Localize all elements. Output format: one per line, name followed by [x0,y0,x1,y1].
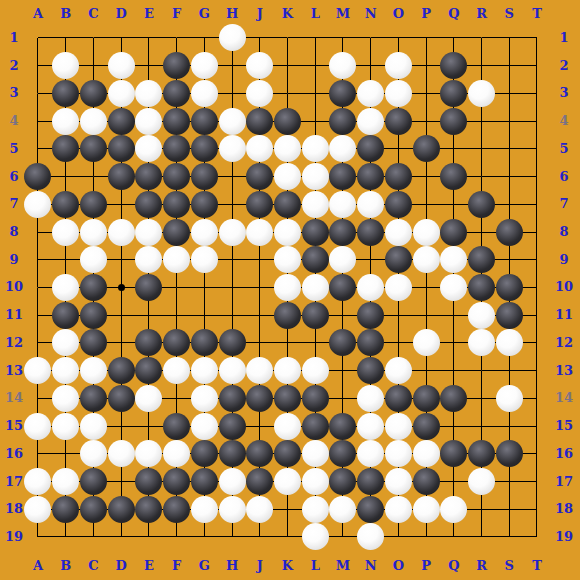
intersection-Q6[interactable] [440,163,468,191]
intersection-P5[interactable] [412,135,440,163]
intersection-H12[interactable] [218,329,246,357]
intersection-M3[interactable] [329,80,357,108]
intersection-L4[interactable] [301,107,329,135]
intersection-R2[interactable] [468,52,496,80]
intersection-P3[interactable] [412,80,440,108]
intersection-B15[interactable] [52,412,80,440]
intersection-N16[interactable] [357,440,385,468]
intersection-G2[interactable] [190,52,218,80]
intersection-Q13[interactable] [440,357,468,385]
intersection-G16[interactable] [190,440,218,468]
intersection-R14[interactable] [468,384,496,412]
intersection-H17[interactable] [218,468,246,496]
intersection-C12[interactable] [80,329,108,357]
intersection-S7[interactable] [495,190,523,218]
intersection-P16[interactable] [412,440,440,468]
intersection-T11[interactable] [523,301,551,329]
intersection-M5[interactable] [329,135,357,163]
intersection-P14[interactable] [412,384,440,412]
intersection-J2[interactable] [246,52,274,80]
intersection-P15[interactable] [412,412,440,440]
intersection-N2[interactable] [357,52,385,80]
intersection-G12[interactable] [190,329,218,357]
intersection-D11[interactable] [107,301,135,329]
intersection-G19[interactable] [190,523,218,551]
intersection-C18[interactable] [80,495,108,523]
intersection-L7[interactable] [301,190,329,218]
intersection-Q10[interactable] [440,274,468,302]
intersection-J19[interactable] [246,523,274,551]
intersection-G3[interactable] [190,80,218,108]
intersection-D5[interactable] [107,135,135,163]
intersection-G15[interactable] [190,412,218,440]
intersection-H19[interactable] [218,523,246,551]
intersection-E6[interactable] [135,163,163,191]
intersection-O12[interactable] [384,329,412,357]
intersection-E19[interactable] [135,523,163,551]
intersection-S14[interactable] [495,384,523,412]
intersection-S4[interactable] [495,107,523,135]
intersection-F11[interactable] [163,301,191,329]
intersection-B17[interactable] [52,468,80,496]
intersection-O17[interactable] [384,468,412,496]
intersection-Q12[interactable] [440,329,468,357]
intersection-C9[interactable] [80,246,108,274]
intersection-F16[interactable] [163,440,191,468]
intersection-N5[interactable] [357,135,385,163]
intersection-C10[interactable] [80,274,108,302]
intersection-B6[interactable] [52,163,80,191]
intersection-A15[interactable] [24,412,52,440]
intersection-G17[interactable] [190,468,218,496]
intersection-T9[interactable] [523,246,551,274]
intersection-L10[interactable] [301,274,329,302]
intersection-K3[interactable] [274,80,302,108]
intersection-K12[interactable] [274,329,302,357]
intersection-N7[interactable] [357,190,385,218]
intersection-N10[interactable] [357,274,385,302]
intersection-H9[interactable] [218,246,246,274]
intersection-F6[interactable] [163,163,191,191]
intersection-B11[interactable] [52,301,80,329]
intersection-K7[interactable] [274,190,302,218]
intersection-M11[interactable] [329,301,357,329]
intersection-F9[interactable] [163,246,191,274]
intersection-C14[interactable] [80,384,108,412]
intersection-B2[interactable] [52,52,80,80]
intersection-H11[interactable] [218,301,246,329]
intersection-H16[interactable] [218,440,246,468]
intersection-L8[interactable] [301,218,329,246]
intersection-C3[interactable] [80,80,108,108]
intersection-N18[interactable] [357,495,385,523]
intersection-R17[interactable] [468,468,496,496]
intersection-P11[interactable] [412,301,440,329]
intersection-F18[interactable] [163,495,191,523]
intersection-D18[interactable] [107,495,135,523]
intersection-R3[interactable] [468,80,496,108]
intersection-G7[interactable] [190,190,218,218]
intersection-E5[interactable] [135,135,163,163]
intersection-H15[interactable] [218,412,246,440]
intersection-O3[interactable] [384,80,412,108]
intersection-N17[interactable] [357,468,385,496]
intersection-F3[interactable] [163,80,191,108]
intersection-A3[interactable] [24,80,52,108]
intersection-M14[interactable] [329,384,357,412]
intersection-F17[interactable] [163,468,191,496]
intersection-E8[interactable] [135,218,163,246]
intersection-N3[interactable] [357,80,385,108]
intersection-L13[interactable] [301,357,329,385]
intersection-J13[interactable] [246,357,274,385]
intersection-B19[interactable] [52,523,80,551]
intersection-M6[interactable] [329,163,357,191]
intersection-K11[interactable] [274,301,302,329]
intersection-A16[interactable] [24,440,52,468]
intersection-R11[interactable] [468,301,496,329]
intersection-P7[interactable] [412,190,440,218]
intersection-R16[interactable] [468,440,496,468]
intersection-N15[interactable] [357,412,385,440]
intersection-G9[interactable] [190,246,218,274]
intersection-E3[interactable] [135,80,163,108]
intersection-O18[interactable] [384,495,412,523]
intersection-C17[interactable] [80,468,108,496]
intersection-R8[interactable] [468,218,496,246]
intersection-J1[interactable] [246,24,274,52]
intersection-Q11[interactable] [440,301,468,329]
intersection-R7[interactable] [468,190,496,218]
intersection-H13[interactable] [218,357,246,385]
intersection-K8[interactable] [274,218,302,246]
intersection-F4[interactable] [163,107,191,135]
intersection-M8[interactable] [329,218,357,246]
intersection-Q4[interactable] [440,107,468,135]
intersection-O19[interactable] [384,523,412,551]
intersection-G5[interactable] [190,135,218,163]
intersection-Q16[interactable] [440,440,468,468]
intersection-M18[interactable] [329,495,357,523]
intersection-J15[interactable] [246,412,274,440]
intersection-A1[interactable] [24,24,52,52]
intersection-K1[interactable] [274,24,302,52]
intersection-J7[interactable] [246,190,274,218]
intersection-N9[interactable] [357,246,385,274]
intersection-D13[interactable] [107,357,135,385]
intersection-S2[interactable] [495,52,523,80]
intersection-M12[interactable] [329,329,357,357]
intersection-O14[interactable] [384,384,412,412]
intersection-A9[interactable] [24,246,52,274]
intersection-L12[interactable] [301,329,329,357]
intersection-R18[interactable] [468,495,496,523]
intersection-C7[interactable] [80,190,108,218]
intersection-T13[interactable] [523,357,551,385]
intersection-F5[interactable] [163,135,191,163]
intersection-S12[interactable] [495,329,523,357]
intersection-P1[interactable] [412,24,440,52]
intersection-P12[interactable] [412,329,440,357]
intersection-H2[interactable] [218,52,246,80]
intersection-M2[interactable] [329,52,357,80]
intersection-F8[interactable] [163,218,191,246]
intersection-L1[interactable] [301,24,329,52]
intersection-N13[interactable] [357,357,385,385]
intersection-E1[interactable] [135,24,163,52]
intersection-S15[interactable] [495,412,523,440]
intersection-S6[interactable] [495,163,523,191]
intersection-P4[interactable] [412,107,440,135]
intersection-K15[interactable] [274,412,302,440]
intersection-S8[interactable] [495,218,523,246]
intersection-F15[interactable] [163,412,191,440]
intersection-K5[interactable] [274,135,302,163]
intersection-J8[interactable] [246,218,274,246]
intersection-S19[interactable] [495,523,523,551]
intersection-R13[interactable] [468,357,496,385]
intersection-E9[interactable] [135,246,163,274]
intersection-N8[interactable] [357,218,385,246]
intersection-H5[interactable] [218,135,246,163]
intersection-D7[interactable] [107,190,135,218]
intersection-K13[interactable] [274,357,302,385]
intersection-T1[interactable] [523,24,551,52]
intersection-D15[interactable] [107,412,135,440]
intersection-A6[interactable] [24,163,52,191]
intersection-Q8[interactable] [440,218,468,246]
intersection-O10[interactable] [384,274,412,302]
intersection-A5[interactable] [24,135,52,163]
intersection-F1[interactable] [163,24,191,52]
intersection-J17[interactable] [246,468,274,496]
intersection-J5[interactable] [246,135,274,163]
intersection-M13[interactable] [329,357,357,385]
intersection-J16[interactable] [246,440,274,468]
intersection-D8[interactable] [107,218,135,246]
intersection-B8[interactable] [52,218,80,246]
intersection-Q1[interactable] [440,24,468,52]
intersection-T16[interactable] [523,440,551,468]
intersection-L3[interactable] [301,80,329,108]
intersection-O13[interactable] [384,357,412,385]
intersection-D19[interactable] [107,523,135,551]
intersection-L18[interactable] [301,495,329,523]
intersection-C4[interactable] [80,107,108,135]
intersection-B16[interactable] [52,440,80,468]
intersection-B3[interactable] [52,80,80,108]
intersection-A2[interactable] [24,52,52,80]
intersection-N6[interactable] [357,163,385,191]
intersection-B12[interactable] [52,329,80,357]
intersection-S13[interactable] [495,357,523,385]
intersection-G14[interactable] [190,384,218,412]
intersection-E4[interactable] [135,107,163,135]
intersection-D3[interactable] [107,80,135,108]
intersection-D4[interactable] [107,107,135,135]
intersection-O6[interactable] [384,163,412,191]
intersection-L5[interactable] [301,135,329,163]
intersection-R5[interactable] [468,135,496,163]
intersection-T17[interactable] [523,468,551,496]
intersection-S11[interactable] [495,301,523,329]
intersection-O16[interactable] [384,440,412,468]
intersection-Q5[interactable] [440,135,468,163]
intersection-D6[interactable] [107,163,135,191]
intersection-C11[interactable] [80,301,108,329]
intersection-P13[interactable] [412,357,440,385]
intersection-G11[interactable] [190,301,218,329]
intersection-A4[interactable] [24,107,52,135]
intersection-E16[interactable] [135,440,163,468]
intersection-N1[interactable] [357,24,385,52]
intersection-Q15[interactable] [440,412,468,440]
intersection-P6[interactable] [412,163,440,191]
intersection-O5[interactable] [384,135,412,163]
intersection-T12[interactable] [523,329,551,357]
intersection-L2[interactable] [301,52,329,80]
intersection-R15[interactable] [468,412,496,440]
intersection-L9[interactable] [301,246,329,274]
intersection-G4[interactable] [190,107,218,135]
intersection-B5[interactable] [52,135,80,163]
intersection-O4[interactable] [384,107,412,135]
intersection-L15[interactable] [301,412,329,440]
intersection-T19[interactable] [523,523,551,551]
intersection-R1[interactable] [468,24,496,52]
intersection-N12[interactable] [357,329,385,357]
intersection-A13[interactable] [24,357,52,385]
intersection-S16[interactable] [495,440,523,468]
intersection-R4[interactable] [468,107,496,135]
intersection-G10[interactable] [190,274,218,302]
intersection-M16[interactable] [329,440,357,468]
intersection-A10[interactable] [24,274,52,302]
intersection-B9[interactable] [52,246,80,274]
intersection-C1[interactable] [80,24,108,52]
intersection-H6[interactable] [218,163,246,191]
intersection-S5[interactable] [495,135,523,163]
intersection-T15[interactable] [523,412,551,440]
intersection-S18[interactable] [495,495,523,523]
intersection-S10[interactable] [495,274,523,302]
intersection-K10[interactable] [274,274,302,302]
intersection-R10[interactable] [468,274,496,302]
intersection-H3[interactable] [218,80,246,108]
intersection-A12[interactable] [24,329,52,357]
intersection-E10[interactable] [135,274,163,302]
intersection-G18[interactable] [190,495,218,523]
intersection-M4[interactable] [329,107,357,135]
intersection-F2[interactable] [163,52,191,80]
intersection-F10[interactable] [163,274,191,302]
intersection-Q9[interactable] [440,246,468,274]
intersection-T3[interactable] [523,80,551,108]
intersection-Q17[interactable] [440,468,468,496]
intersection-O9[interactable] [384,246,412,274]
intersection-C2[interactable] [80,52,108,80]
intersection-C19[interactable] [80,523,108,551]
intersection-T10[interactable] [523,274,551,302]
intersection-L14[interactable] [301,384,329,412]
intersection-P18[interactable] [412,495,440,523]
intersection-E17[interactable] [135,468,163,496]
intersection-P19[interactable] [412,523,440,551]
intersection-O2[interactable] [384,52,412,80]
intersection-K6[interactable] [274,163,302,191]
intersection-M17[interactable] [329,468,357,496]
intersection-G1[interactable] [190,24,218,52]
intersection-Q19[interactable] [440,523,468,551]
intersection-B14[interactable] [52,384,80,412]
intersection-E18[interactable] [135,495,163,523]
intersection-R6[interactable] [468,163,496,191]
intersection-P2[interactable] [412,52,440,80]
intersection-J10[interactable] [246,274,274,302]
intersection-O8[interactable] [384,218,412,246]
intersection-D17[interactable] [107,468,135,496]
intersection-H4[interactable] [218,107,246,135]
intersection-M19[interactable] [329,523,357,551]
intersection-N19[interactable] [357,523,385,551]
intersection-T2[interactable] [523,52,551,80]
intersection-B13[interactable] [52,357,80,385]
intersection-C6[interactable] [80,163,108,191]
intersection-Q2[interactable] [440,52,468,80]
intersection-A14[interactable] [24,384,52,412]
intersection-J18[interactable] [246,495,274,523]
intersection-F12[interactable] [163,329,191,357]
intersection-J6[interactable] [246,163,274,191]
intersection-H8[interactable] [218,218,246,246]
intersection-T14[interactable] [523,384,551,412]
intersection-D12[interactable] [107,329,135,357]
intersection-A8[interactable] [24,218,52,246]
intersection-K4[interactable] [274,107,302,135]
intersection-A11[interactable] [24,301,52,329]
intersection-T18[interactable] [523,495,551,523]
intersection-L16[interactable] [301,440,329,468]
intersection-E12[interactable] [135,329,163,357]
intersection-T7[interactable] [523,190,551,218]
intersection-N4[interactable] [357,107,385,135]
intersection-M10[interactable] [329,274,357,302]
intersection-C16[interactable] [80,440,108,468]
intersection-K17[interactable] [274,468,302,496]
intersection-B10[interactable] [52,274,80,302]
intersection-J3[interactable] [246,80,274,108]
intersection-H18[interactable] [218,495,246,523]
intersection-G13[interactable] [190,357,218,385]
intersection-K16[interactable] [274,440,302,468]
intersection-M1[interactable] [329,24,357,52]
intersection-O1[interactable] [384,24,412,52]
intersection-C8[interactable] [80,218,108,246]
intersection-E13[interactable] [135,357,163,385]
intersection-O15[interactable] [384,412,412,440]
intersection-A19[interactable] [24,523,52,551]
intersection-F14[interactable] [163,384,191,412]
intersection-S3[interactable] [495,80,523,108]
intersection-S17[interactable] [495,468,523,496]
intersection-O11[interactable] [384,301,412,329]
intersection-R19[interactable] [468,523,496,551]
intersection-A17[interactable] [24,468,52,496]
intersection-B7[interactable] [52,190,80,218]
intersection-P17[interactable] [412,468,440,496]
intersection-T4[interactable] [523,107,551,135]
intersection-N14[interactable] [357,384,385,412]
